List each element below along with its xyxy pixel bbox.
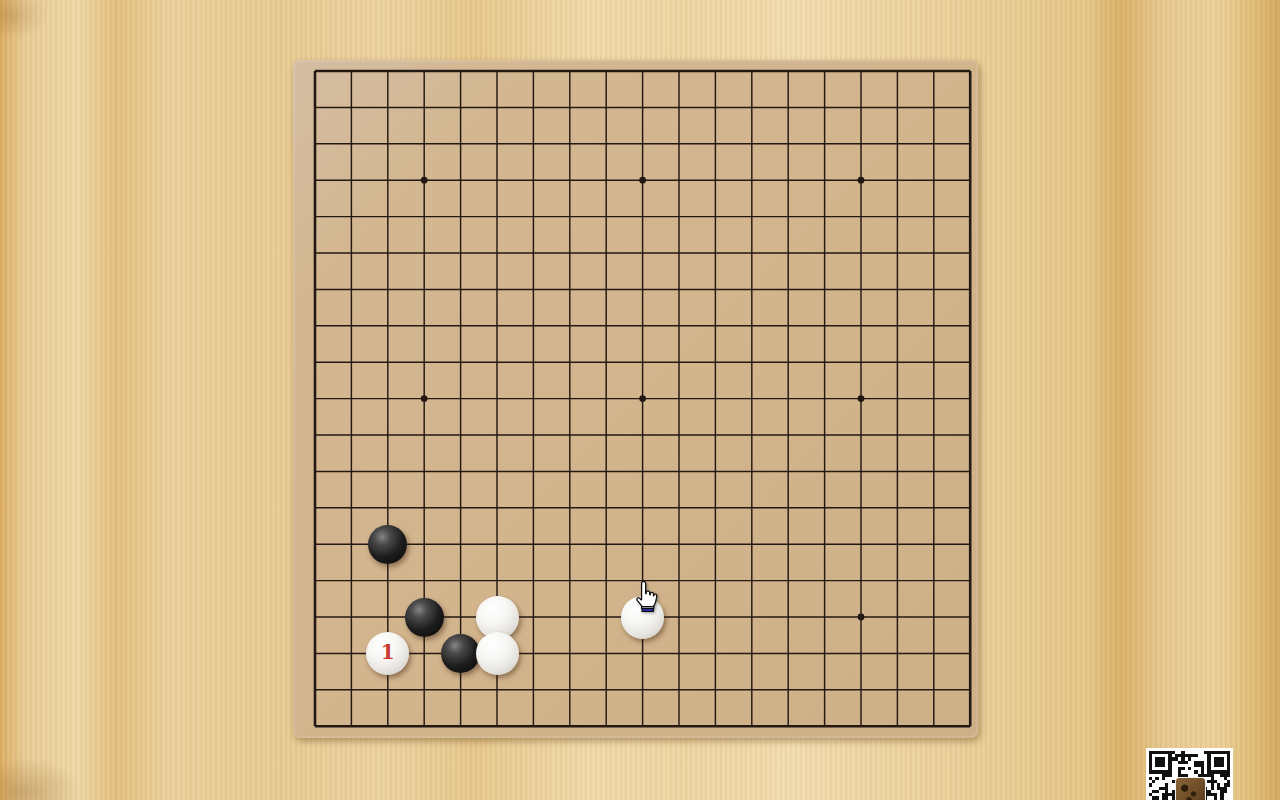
stone-black-c6 xyxy=(368,525,407,564)
star-point xyxy=(858,614,865,621)
stone-white-c3: 1 xyxy=(366,632,409,675)
stone-white-f3 xyxy=(476,632,519,675)
move-number-label: 1 xyxy=(381,642,395,662)
star-point xyxy=(858,177,865,184)
qr-center-logo xyxy=(1175,777,1207,800)
star-point xyxy=(639,177,646,184)
hand-pointer-cursor-icon xyxy=(632,581,658,613)
star-point xyxy=(421,395,428,402)
go-board[interactable]: 1 xyxy=(293,60,978,738)
star-point xyxy=(858,395,865,402)
star-point xyxy=(421,177,428,184)
star-point xyxy=(639,395,646,402)
stone-black-e3 xyxy=(441,634,480,673)
qr-code xyxy=(1146,748,1233,800)
stone-black-d4 xyxy=(405,598,444,637)
